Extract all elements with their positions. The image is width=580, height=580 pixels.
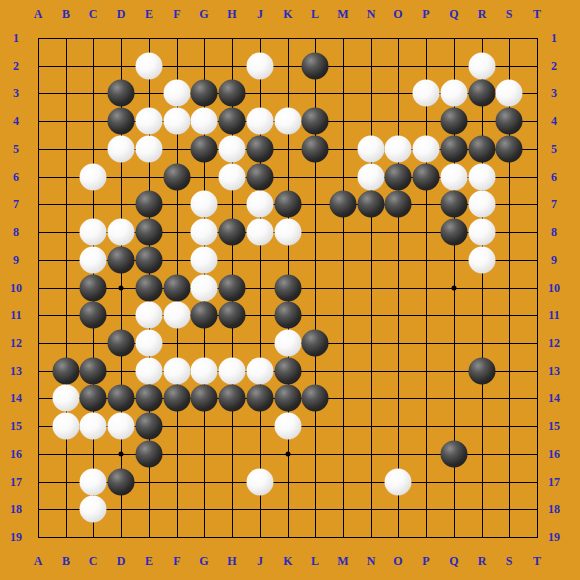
stone-black[interactable] xyxy=(53,358,80,385)
column-label-bottom: P xyxy=(422,555,429,567)
stone-white[interactable] xyxy=(53,413,80,440)
stone-white[interactable] xyxy=(80,247,107,274)
row-label-right: 15 xyxy=(548,420,560,432)
stone-white[interactable] xyxy=(219,136,246,163)
stone-white[interactable] xyxy=(469,247,496,274)
stone-black[interactable] xyxy=(275,358,302,385)
row-label-left: 19 xyxy=(10,531,22,543)
stone-black[interactable] xyxy=(191,385,218,412)
row-label-left: 3 xyxy=(13,87,19,99)
row-label-right: 10 xyxy=(548,282,560,294)
stone-black[interactable] xyxy=(191,136,218,163)
stone-black[interactable] xyxy=(80,385,107,412)
row-label-left: 16 xyxy=(10,448,22,460)
row-label-left: 6 xyxy=(13,171,19,183)
stone-white[interactable] xyxy=(247,53,274,80)
row-label-right: 16 xyxy=(548,448,560,460)
stone-black[interactable] xyxy=(385,164,412,191)
row-label-left: 5 xyxy=(13,143,19,155)
stone-white[interactable] xyxy=(413,136,440,163)
column-label-bottom: J xyxy=(257,555,263,567)
stone-white[interactable] xyxy=(136,302,163,329)
grid-line-horizontal xyxy=(38,537,538,538)
stone-black[interactable] xyxy=(80,302,107,329)
stone-white[interactable] xyxy=(385,469,412,496)
stone-black[interactable] xyxy=(136,441,163,468)
row-label-right: 4 xyxy=(551,115,557,127)
stone-white[interactable] xyxy=(136,330,163,357)
stone-black[interactable] xyxy=(469,136,496,163)
stone-black[interactable] xyxy=(108,469,135,496)
column-label-bottom: O xyxy=(393,555,402,567)
column-label-bottom: G xyxy=(199,555,208,567)
row-label-right: 18 xyxy=(548,503,560,515)
stone-white[interactable] xyxy=(53,385,80,412)
stone-white[interactable] xyxy=(247,191,274,218)
stone-black[interactable] xyxy=(275,385,302,412)
stone-black[interactable] xyxy=(275,191,302,218)
column-label-bottom: S xyxy=(506,555,513,567)
stone-white[interactable] xyxy=(80,164,107,191)
row-label-left: 13 xyxy=(10,365,22,377)
row-label-right: 17 xyxy=(548,476,560,488)
stone-white[interactable] xyxy=(275,108,302,135)
stone-white[interactable] xyxy=(191,358,218,385)
stone-white[interactable] xyxy=(191,191,218,218)
stone-white[interactable] xyxy=(80,413,107,440)
column-label-top: C xyxy=(89,8,98,20)
stone-black[interactable] xyxy=(164,164,191,191)
column-label-bottom: C xyxy=(89,555,98,567)
column-label-top: P xyxy=(422,8,429,20)
stone-black[interactable] xyxy=(441,191,468,218)
stone-white[interactable] xyxy=(164,80,191,107)
grid-line-vertical xyxy=(482,38,483,538)
stone-white[interactable] xyxy=(247,108,274,135)
stone-white[interactable] xyxy=(247,469,274,496)
stone-white[interactable] xyxy=(136,136,163,163)
stone-black[interactable] xyxy=(80,358,107,385)
column-label-top: Q xyxy=(449,8,458,20)
stone-white[interactable] xyxy=(191,247,218,274)
row-label-left: 2 xyxy=(13,60,19,72)
stone-white[interactable] xyxy=(108,136,135,163)
stone-black[interactable] xyxy=(496,136,523,163)
column-label-bottom: K xyxy=(283,555,292,567)
stone-black[interactable] xyxy=(358,191,385,218)
row-label-right: 11 xyxy=(548,309,559,321)
stone-black[interactable] xyxy=(219,80,246,107)
column-label-top: N xyxy=(367,8,376,20)
stone-black[interactable] xyxy=(496,108,523,135)
stone-white[interactable] xyxy=(441,164,468,191)
row-label-left: 14 xyxy=(10,392,22,404)
stone-black[interactable] xyxy=(441,136,468,163)
stone-white[interactable] xyxy=(80,496,107,523)
column-label-bottom: R xyxy=(478,555,487,567)
star-point xyxy=(286,452,291,457)
stone-black[interactable] xyxy=(413,164,440,191)
stone-black[interactable] xyxy=(136,247,163,274)
stone-white[interactable] xyxy=(191,108,218,135)
stone-white[interactable] xyxy=(275,413,302,440)
stone-black[interactable] xyxy=(441,108,468,135)
stone-white[interactable] xyxy=(247,219,274,246)
stone-white[interactable] xyxy=(136,358,163,385)
row-label-left: 11 xyxy=(10,309,21,321)
stone-black[interactable] xyxy=(136,219,163,246)
star-point xyxy=(119,452,124,457)
stone-black[interactable] xyxy=(275,302,302,329)
column-label-top: T xyxy=(533,8,541,20)
column-label-top: E xyxy=(145,8,153,20)
stone-white[interactable] xyxy=(469,219,496,246)
stone-black[interactable] xyxy=(219,108,246,135)
column-label-bottom: N xyxy=(367,555,376,567)
stone-white[interactable] xyxy=(385,136,412,163)
stone-white[interactable] xyxy=(80,469,107,496)
column-label-top: F xyxy=(173,8,180,20)
stone-white[interactable] xyxy=(469,191,496,218)
column-label-top: D xyxy=(117,8,126,20)
stone-black[interactable] xyxy=(247,136,274,163)
stone-black[interactable] xyxy=(108,108,135,135)
stone-white[interactable] xyxy=(413,80,440,107)
stone-black[interactable] xyxy=(219,302,246,329)
column-label-bottom: D xyxy=(117,555,126,567)
column-label-bottom: E xyxy=(145,555,153,567)
stone-white[interactable] xyxy=(275,330,302,357)
column-label-bottom: T xyxy=(533,555,541,567)
stone-black[interactable] xyxy=(164,385,191,412)
column-label-bottom: M xyxy=(337,555,348,567)
stone-black[interactable] xyxy=(136,385,163,412)
row-label-right: 14 xyxy=(548,392,560,404)
row-label-left: 4 xyxy=(13,115,19,127)
row-label-right: 2 xyxy=(551,60,557,72)
stone-black[interactable] xyxy=(275,275,302,302)
stone-black[interactable] xyxy=(330,191,357,218)
grid-line-vertical xyxy=(371,38,372,538)
stone-white[interactable] xyxy=(469,53,496,80)
column-label-top: A xyxy=(34,8,43,20)
stone-white[interactable] xyxy=(219,164,246,191)
stone-white[interactable] xyxy=(164,358,191,385)
stone-black[interactable] xyxy=(469,358,496,385)
stone-white[interactable] xyxy=(247,358,274,385)
stone-black[interactable] xyxy=(441,219,468,246)
column-label-top: L xyxy=(311,8,319,20)
stone-white[interactable] xyxy=(136,53,163,80)
stone-black[interactable] xyxy=(302,53,329,80)
stone-white[interactable] xyxy=(108,413,135,440)
stone-white[interactable] xyxy=(275,219,302,246)
stone-black[interactable] xyxy=(469,80,496,107)
stone-black[interactable] xyxy=(219,385,246,412)
column-label-top: O xyxy=(393,8,402,20)
stone-white[interactable] xyxy=(469,164,496,191)
column-label-top: B xyxy=(62,8,70,20)
stone-white[interactable] xyxy=(164,108,191,135)
stone-black[interactable] xyxy=(108,80,135,107)
row-label-left: 12 xyxy=(10,337,22,349)
column-label-top: S xyxy=(506,8,513,20)
row-label-left: 9 xyxy=(13,254,19,266)
stone-black[interactable] xyxy=(191,302,218,329)
stone-black[interactable] xyxy=(136,413,163,440)
star-point xyxy=(452,286,457,291)
stone-black[interactable] xyxy=(191,80,218,107)
column-label-top: H xyxy=(227,8,236,20)
grid-line-horizontal xyxy=(38,509,538,510)
stone-white[interactable] xyxy=(191,219,218,246)
column-label-top: M xyxy=(337,8,348,20)
stone-black[interactable] xyxy=(80,275,107,302)
stone-black[interactable] xyxy=(219,275,246,302)
stone-black[interactable] xyxy=(164,275,191,302)
go-board[interactable]: AABBCCDDEEFFGGHHJJKKLLMMNNOOPPQQRRSSTT11… xyxy=(0,0,580,580)
row-label-right: 9 xyxy=(551,254,557,266)
stone-black[interactable] xyxy=(302,330,329,357)
row-label-right: 7 xyxy=(551,198,557,210)
row-label-right: 13 xyxy=(548,365,560,377)
column-label-bottom: Q xyxy=(449,555,458,567)
column-label-bottom: A xyxy=(34,555,43,567)
stone-white[interactable] xyxy=(496,80,523,107)
stone-black[interactable] xyxy=(302,108,329,135)
row-label-left: 10 xyxy=(10,282,22,294)
grid-line-vertical xyxy=(537,38,538,538)
stone-white[interactable] xyxy=(358,164,385,191)
column-label-top: J xyxy=(257,8,263,20)
row-label-right: 8 xyxy=(551,226,557,238)
stone-white[interactable] xyxy=(191,275,218,302)
grid-line-vertical xyxy=(343,38,344,538)
stone-black[interactable] xyxy=(219,219,246,246)
column-label-bottom: H xyxy=(227,555,236,567)
row-label-left: 1 xyxy=(13,32,19,44)
stone-black[interactable] xyxy=(136,191,163,218)
row-label-right: 1 xyxy=(551,32,557,44)
stone-black[interactable] xyxy=(247,385,274,412)
row-label-left: 8 xyxy=(13,226,19,238)
row-label-left: 15 xyxy=(10,420,22,432)
stone-black[interactable] xyxy=(441,441,468,468)
column-label-bottom: L xyxy=(311,555,319,567)
row-label-left: 7 xyxy=(13,198,19,210)
row-label-left: 18 xyxy=(10,503,22,515)
stone-white[interactable] xyxy=(164,302,191,329)
stone-white[interactable] xyxy=(108,219,135,246)
grid-line-vertical xyxy=(398,38,399,538)
column-label-top: R xyxy=(478,8,487,20)
stone-black[interactable] xyxy=(108,330,135,357)
row-label-right: 19 xyxy=(548,531,560,543)
stone-black[interactable] xyxy=(385,191,412,218)
stone-white[interactable] xyxy=(358,136,385,163)
stone-black[interactable] xyxy=(302,385,329,412)
stone-black[interactable] xyxy=(108,385,135,412)
column-label-top: G xyxy=(199,8,208,20)
row-label-left: 17 xyxy=(10,476,22,488)
stone-white[interactable] xyxy=(80,219,107,246)
stone-black[interactable] xyxy=(302,136,329,163)
column-label-bottom: F xyxy=(173,555,180,567)
stone-black[interactable] xyxy=(136,275,163,302)
column-label-top: K xyxy=(283,8,292,20)
row-label-right: 5 xyxy=(551,143,557,155)
star-point xyxy=(119,286,124,291)
stone-black[interactable] xyxy=(247,164,274,191)
grid-line-vertical xyxy=(426,38,427,538)
stone-white[interactable] xyxy=(136,108,163,135)
column-label-bottom: B xyxy=(62,555,70,567)
row-label-right: 3 xyxy=(551,87,557,99)
stone-white[interactable] xyxy=(219,358,246,385)
stone-white[interactable] xyxy=(441,80,468,107)
row-label-right: 12 xyxy=(548,337,560,349)
stone-black[interactable] xyxy=(108,247,135,274)
row-label-right: 6 xyxy=(551,171,557,183)
